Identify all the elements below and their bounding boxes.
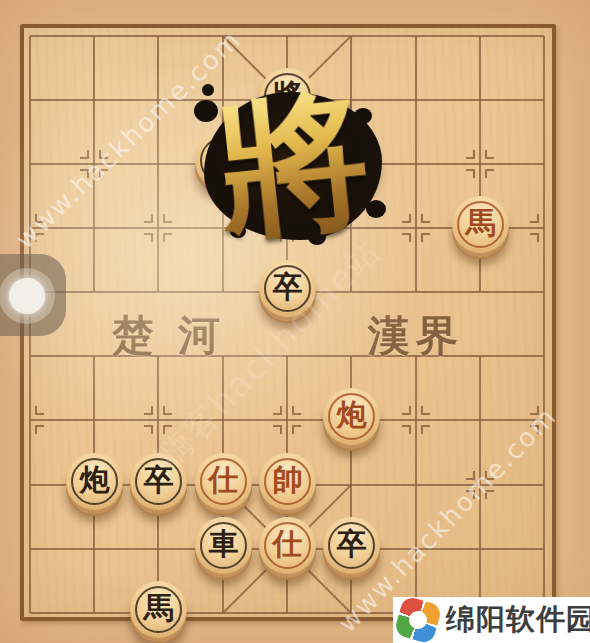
- floating-handle-button[interactable]: [0, 254, 66, 336]
- river-label-left: 楚河: [112, 308, 244, 364]
- black-cannon-piece[interactable]: 炮: [66, 453, 123, 510]
- xiangqi-game-screen: 楚河 漢界 將士士馬卒炮炮卒仕帥車仕卒馬 將 www.hackhome.com …: [0, 0, 590, 643]
- check-stamp-character: 將: [211, 81, 376, 246]
- piece-character: 卒: [144, 465, 174, 495]
- piece-character: 車: [209, 529, 239, 559]
- river-label-right: 漢界: [368, 308, 464, 364]
- check-stamp: 將: [204, 92, 382, 240]
- piece-character: 卒: [337, 529, 367, 559]
- piece-character: 炮: [80, 465, 110, 495]
- handle-dot-icon: [9, 278, 45, 314]
- piece-character: 帥: [273, 465, 303, 495]
- red-horse-piece[interactable]: 馬: [452, 196, 509, 253]
- black-chariot-piece[interactable]: 車: [195, 517, 252, 574]
- site-badge-label: 绵阳软件园: [446, 600, 590, 640]
- pinwheel-logo-icon: [393, 595, 442, 643]
- red-cannon-piece[interactable]: 炮: [323, 388, 380, 445]
- red-general-piece[interactable]: 帥: [259, 453, 316, 510]
- red-advisor-piece[interactable]: 仕: [259, 517, 316, 574]
- red-advisor-piece[interactable]: 仕: [195, 453, 252, 510]
- black-soldier-piece[interactable]: 卒: [323, 517, 380, 574]
- piece-character: 卒: [273, 272, 303, 302]
- piece-character: 仕: [273, 529, 303, 559]
- black-soldier-piece[interactable]: 卒: [130, 453, 187, 510]
- piece-character: 馬: [144, 593, 174, 623]
- black-soldier-piece[interactable]: 卒: [259, 260, 316, 317]
- site-badge: 绵阳软件园: [393, 597, 590, 643]
- piece-character: 仕: [209, 465, 239, 495]
- piece-character: 馬: [466, 208, 496, 238]
- black-horse-piece[interactable]: 馬: [130, 581, 187, 638]
- piece-character: 炮: [337, 400, 367, 430]
